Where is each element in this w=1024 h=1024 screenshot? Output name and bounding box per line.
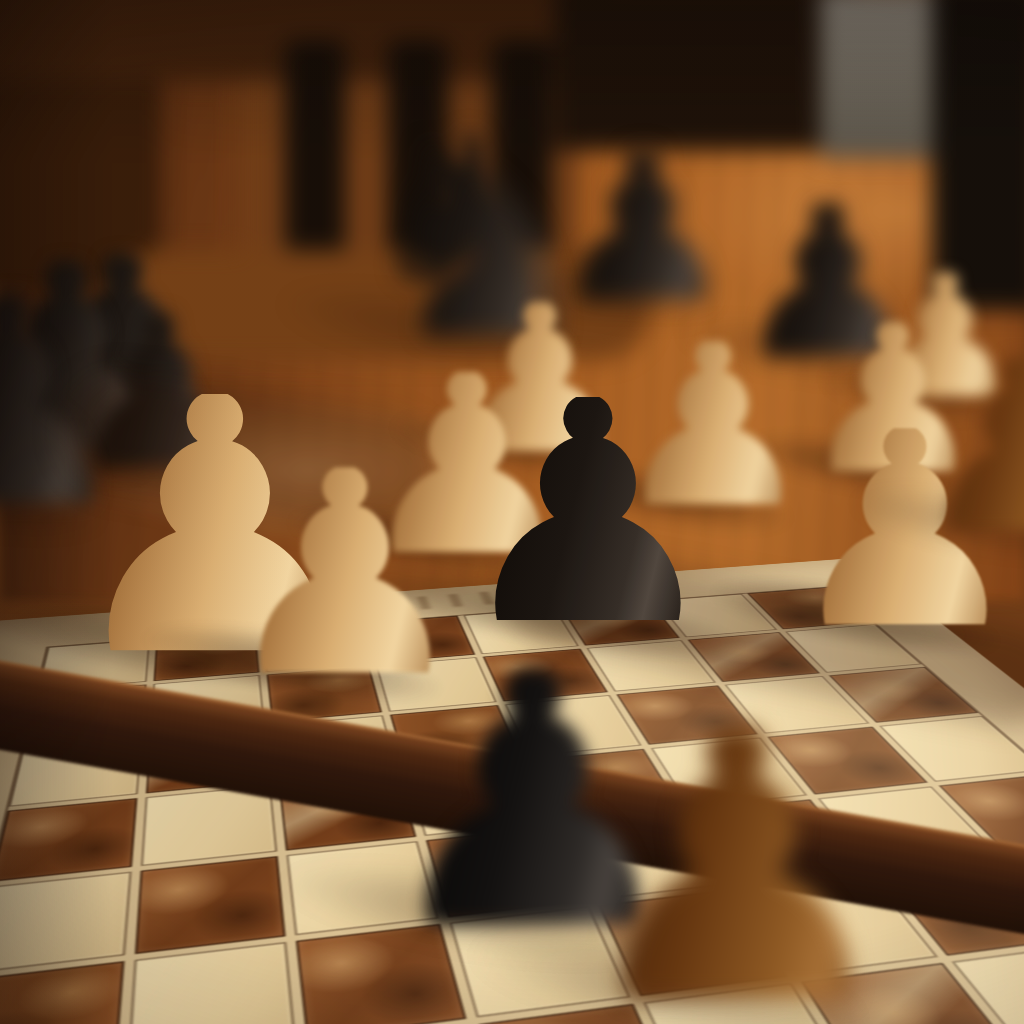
pawn-glyph: ♟ <box>568 726 905 1008</box>
pawn-glyph: ♟ <box>914 356 1024 537</box>
captured-brown-pawn[interactable]: ♟ <box>624 735 849 1000</box>
square-b3[interactable] <box>127 942 295 1024</box>
square-a3[interactable] <box>0 961 124 1024</box>
square-b5[interactable] <box>141 785 277 866</box>
grey-pillar <box>820 0 942 158</box>
black-pawn-d3[interactable]: ♟ <box>495 404 680 622</box>
edge-piece-right[interactable]: ♟ <box>950 362 1024 532</box>
square-a5[interactable] <box>0 798 137 882</box>
square-a4[interactable] <box>0 872 131 974</box>
square-b4[interactable] <box>135 856 285 954</box>
